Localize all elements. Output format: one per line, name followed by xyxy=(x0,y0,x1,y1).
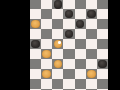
board-square[interactable] xyxy=(86,0,97,9)
board-square[interactable] xyxy=(97,69,108,79)
checker-piece-orange[interactable] xyxy=(54,60,63,69)
board-square[interactable] xyxy=(63,19,74,29)
board-square[interactable] xyxy=(52,19,63,29)
board-square[interactable] xyxy=(52,9,63,19)
checker-piece-orange[interactable] xyxy=(42,50,51,59)
game-screenshot xyxy=(0,0,120,90)
board-square[interactable] xyxy=(75,0,86,9)
board-square[interactable] xyxy=(41,69,52,79)
board-square[interactable] xyxy=(30,69,41,79)
board-square[interactable] xyxy=(86,89,97,90)
board-square[interactable] xyxy=(63,79,74,89)
board-square[interactable] xyxy=(52,39,63,49)
board-square[interactable] xyxy=(41,59,52,69)
board-square[interactable] xyxy=(52,59,63,69)
board-square[interactable] xyxy=(41,39,52,49)
board-square[interactable] xyxy=(52,69,63,79)
board-square[interactable] xyxy=(52,0,63,9)
board-square[interactable] xyxy=(30,29,41,39)
checker-piece-dark[interactable] xyxy=(54,0,63,9)
board-square[interactable] xyxy=(75,39,86,49)
board-square[interactable] xyxy=(86,9,97,19)
board-square[interactable] xyxy=(63,29,74,39)
board-square[interactable] xyxy=(75,19,86,29)
board-square[interactable] xyxy=(41,89,52,90)
board-square[interactable] xyxy=(75,89,86,90)
board-square[interactable] xyxy=(41,19,52,29)
board-square[interactable] xyxy=(75,9,86,19)
board-square[interactable] xyxy=(86,59,97,69)
board-square[interactable] xyxy=(75,69,86,79)
letterbox-right-bar xyxy=(108,0,120,90)
board-square[interactable] xyxy=(86,29,97,39)
board-square[interactable] xyxy=(30,79,41,89)
draughts-board[interactable] xyxy=(30,0,108,90)
board-square[interactable] xyxy=(75,49,86,59)
board-square[interactable] xyxy=(63,59,74,69)
checker-piece-dark[interactable] xyxy=(65,10,74,19)
board-square[interactable] xyxy=(97,79,108,89)
board-square[interactable] xyxy=(97,29,108,39)
board-square[interactable] xyxy=(63,0,74,9)
checker-piece-orange[interactable] xyxy=(42,70,51,79)
board-square[interactable] xyxy=(30,49,41,59)
board-square[interactable] xyxy=(97,89,108,90)
board-square[interactable] xyxy=(30,19,41,29)
board-square[interactable] xyxy=(75,79,86,89)
checker-piece-dark[interactable] xyxy=(76,20,85,29)
board-square[interactable] xyxy=(41,49,52,59)
checker-piece-dark[interactable] xyxy=(87,10,96,19)
board-square[interactable] xyxy=(86,69,97,79)
board-square[interactable] xyxy=(86,79,97,89)
board-square[interactable] xyxy=(63,9,74,19)
board-square[interactable] xyxy=(97,49,108,59)
board-square[interactable] xyxy=(75,59,86,69)
board-square[interactable] xyxy=(63,89,74,90)
board-square[interactable] xyxy=(30,9,41,19)
board-square[interactable] xyxy=(63,49,74,59)
board-square[interactable] xyxy=(52,89,63,90)
board-square[interactable] xyxy=(63,69,74,79)
board-square[interactable] xyxy=(41,9,52,19)
letterbox-left-bar xyxy=(0,0,30,90)
board-square[interactable] xyxy=(52,79,63,89)
board-square[interactable] xyxy=(86,39,97,49)
checker-piece-orange[interactable] xyxy=(31,20,40,29)
board-square[interactable] xyxy=(86,49,97,59)
board-square[interactable] xyxy=(97,19,108,29)
board-square[interactable] xyxy=(97,39,108,49)
board-square[interactable] xyxy=(41,29,52,39)
board-square[interactable] xyxy=(30,89,41,90)
board-square[interactable] xyxy=(41,79,52,89)
board-square[interactable] xyxy=(41,0,52,9)
checker-piece-orange-king[interactable] xyxy=(54,40,63,49)
checker-piece-dark[interactable] xyxy=(65,30,74,39)
board-square[interactable] xyxy=(86,19,97,29)
checker-piece-dark[interactable] xyxy=(98,60,107,69)
board-square[interactable] xyxy=(97,0,108,9)
board-square[interactable] xyxy=(97,59,108,69)
board-square[interactable] xyxy=(97,9,108,19)
board-square[interactable] xyxy=(30,59,41,69)
board-square[interactable] xyxy=(30,0,41,9)
board-square[interactable] xyxy=(52,29,63,39)
board-square[interactable] xyxy=(75,29,86,39)
checker-piece-dark[interactable] xyxy=(31,40,40,49)
board-square[interactable] xyxy=(30,39,41,49)
board-square[interactable] xyxy=(63,39,74,49)
checker-piece-orange[interactable] xyxy=(87,70,96,79)
board-square[interactable] xyxy=(52,49,63,59)
